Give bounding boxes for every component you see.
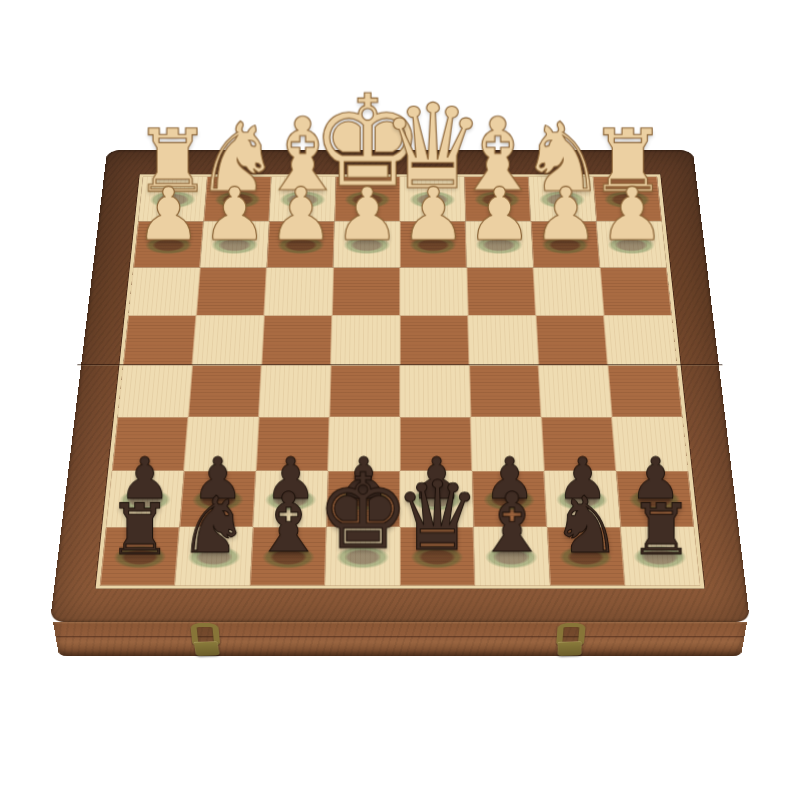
front-edge-seam [56, 637, 745, 638]
square-a2[interactable]: ♟ [596, 221, 666, 267]
square-c4[interactable] [468, 315, 539, 365]
board-frame: ♜♞♝♚♛♝♞♜♟♟♟♟♟♟♟♟♟♟♟♟♟♟♟♟♜♞♝♚♛♝♞♜ [50, 150, 750, 622]
square-f5[interactable] [259, 365, 331, 417]
square-e3[interactable] [332, 267, 400, 315]
square-d3[interactable] [400, 267, 468, 315]
square-f3[interactable] [264, 267, 333, 315]
square-h4[interactable] [123, 315, 196, 365]
square-b3[interactable] [533, 267, 603, 315]
square-h5[interactable] [118, 365, 193, 417]
board-front-edge [53, 622, 747, 656]
square-e5[interactable] [329, 365, 400, 417]
square-a4[interactable] [604, 315, 677, 365]
board-inlay-border: ♜♞♝♚♛♝♞♜♟♟♟♟♟♟♟♟♟♟♟♟♟♟♟♟♜♞♝♚♛♝♞♜ [96, 174, 705, 588]
square-g3[interactable] [196, 267, 266, 315]
brass-clasp-right [549, 623, 591, 670]
square-a3[interactable] [600, 267, 672, 315]
square-e4[interactable] [331, 315, 400, 365]
black-rook[interactable]: ♜ [571, 494, 750, 565]
square-g5[interactable] [188, 365, 261, 417]
brass-clasp-left [185, 623, 227, 670]
white-pawn[interactable]: ♟ [552, 177, 711, 250]
chess-board: ♜♞♝♚♛♝♞♜♟♟♟♟♟♟♟♟♟♟♟♟♟♟♟♟♜♞♝♚♛♝♞♜ [50, 150, 750, 622]
square-a8[interactable]: ♜ [620, 527, 700, 585]
clasp-flap-icon [193, 641, 219, 656]
square-g4[interactable] [192, 315, 264, 365]
board-grid: ♜♞♝♚♛♝♞♜♟♟♟♟♟♟♟♟♟♟♟♟♟♟♟♟♜♞♝♚♛♝♞♜ [100, 177, 700, 586]
square-c3[interactable] [467, 267, 536, 315]
square-a5[interactable] [608, 365, 683, 417]
square-b5[interactable] [538, 365, 611, 417]
square-c5[interactable] [469, 365, 541, 417]
fold-seam [77, 364, 723, 366]
square-b4[interactable] [536, 315, 608, 365]
clasp-flap-icon [557, 641, 581, 656]
square-h3[interactable] [128, 267, 200, 315]
square-d5[interactable] [400, 365, 471, 417]
square-f4[interactable] [262, 315, 333, 365]
square-d4[interactable] [400, 315, 469, 365]
product-photo-background: ♜♞♝♚♛♝♞♜♟♟♟♟♟♟♟♟♟♟♟♟♟♟♟♟♜♞♝♚♛♝♞♜ [0, 0, 800, 800]
